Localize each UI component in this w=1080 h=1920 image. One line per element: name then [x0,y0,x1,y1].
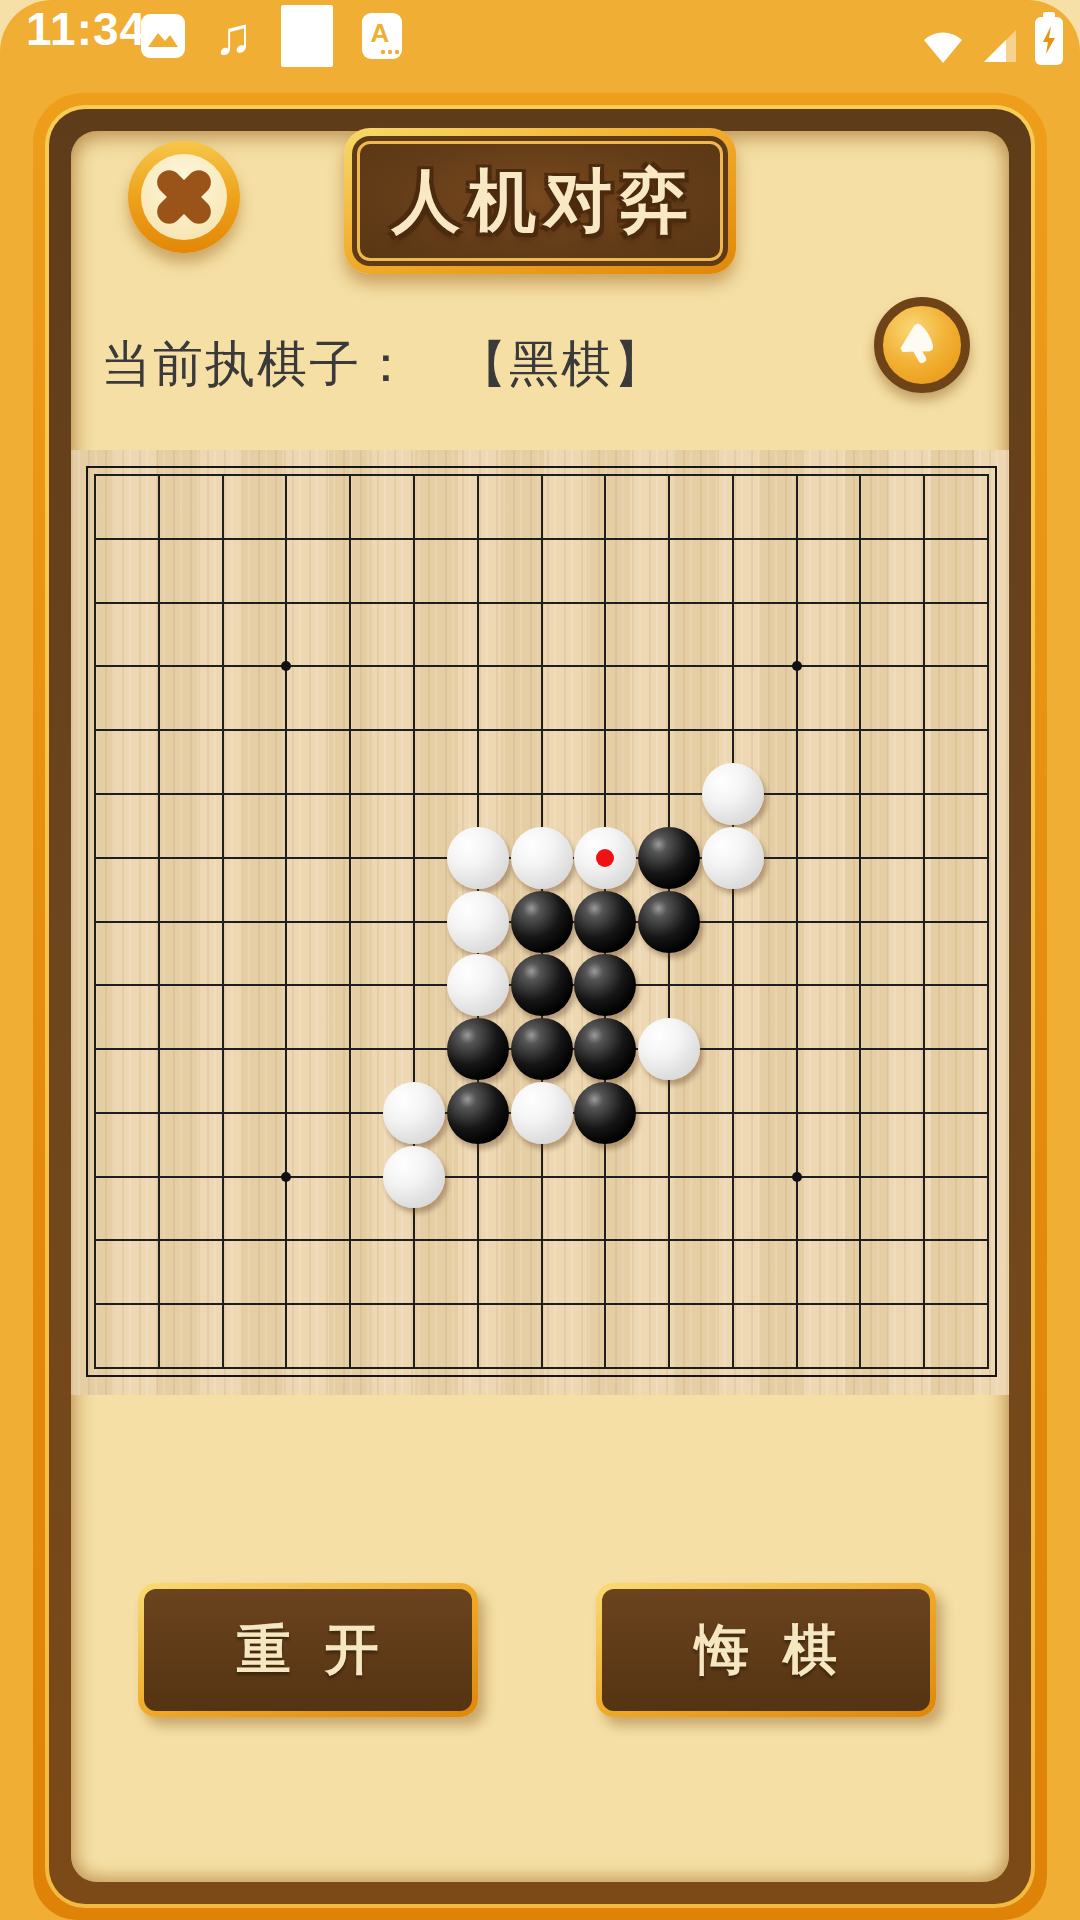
star-point [281,1172,291,1182]
stone-white [702,827,764,889]
stone-black [511,891,573,953]
battery-charging-icon [1034,12,1064,66]
clock: 11:34 [26,2,146,56]
page-title: 人机对弈 [384,156,696,247]
restart-button[interactable]: 重开 [138,1583,478,1717]
svg-text:A: A [371,18,390,48]
grid-line-v [923,474,925,1369]
close-button[interactable] [128,141,240,253]
grid-line-h [94,1367,989,1369]
stone-white [383,1146,445,1208]
system-icons [920,6,1064,66]
grid-line-h [94,1176,989,1178]
music-note-icon: ♫ [214,10,253,62]
grid-line-h [94,1239,989,1241]
megaphone-icon [893,316,951,374]
game-window: 人机对弈 当前执棋子：【黑棋】 [33,93,1047,1920]
stone-black [574,954,636,1016]
stone-white [638,1018,700,1080]
grid-line-v [732,474,734,1369]
notification-icons: ♫ A [140,6,403,66]
window-brown-border: 人机对弈 当前执棋子：【黑棋】 [49,109,1031,1904]
board[interactable] [71,450,1009,1395]
stone-white [574,827,636,889]
grid-line-v [859,474,861,1369]
stone-black [511,954,573,1016]
stone-black [447,1082,509,1144]
star-point [792,1172,802,1182]
stone-black [638,891,700,953]
action-buttons: 重开 悔棋 [138,1583,936,1717]
board-grid [95,475,988,1368]
stone-black [574,891,636,953]
stone-black [511,1018,573,1080]
undo-button[interactable]: 悔棋 [596,1583,936,1717]
grid-line-v [987,474,989,1369]
letter-a-app-icon: A [361,12,403,60]
window-gold-border: 人机对弈 当前执棋子：【黑棋】 [45,105,1035,1908]
content-panel: 人机对弈 当前执棋子：【黑棋】 [71,131,1009,1882]
stone-white [511,827,573,889]
last-move-marker [596,849,614,867]
grid-line-h [94,1303,989,1305]
sound-button[interactable] [874,297,970,393]
stone-black [447,1018,509,1080]
blank-screen-icon [281,5,333,67]
stone-white [447,891,509,953]
close-button-face [141,154,227,240]
star-point [792,661,802,671]
grid-line-v [796,474,798,1369]
wifi-icon [920,26,966,66]
stone-white [511,1082,573,1144]
stone-black [574,1082,636,1144]
status-bar: 11:34 ♫ A [0,0,1080,93]
turn-label: 当前执棋子： [101,336,413,392]
stone-black [638,827,700,889]
title-plate: 人机对弈 [344,128,736,274]
stone-white [702,763,764,825]
stone-white [447,827,509,889]
stone-black [574,1018,636,1080]
stone-white [383,1082,445,1144]
stone-white [447,954,509,1016]
star-point [281,661,291,671]
gallery-icon [140,13,186,59]
cell-signal-icon [980,26,1020,66]
turn-value: 【黑棋】 [457,336,665,392]
turn-indicator: 当前执棋子：【黑棋】 [101,331,665,398]
